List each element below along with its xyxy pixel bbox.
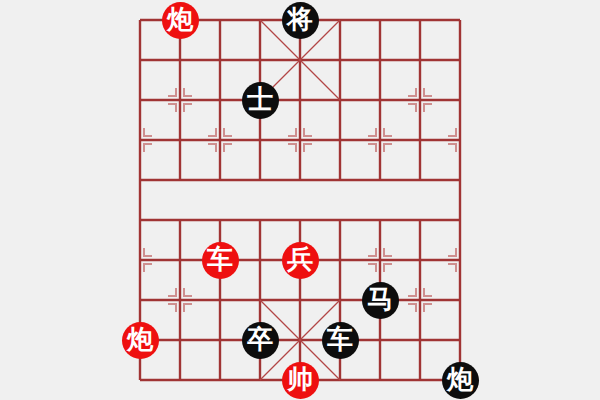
xiangqi-board: 炮将士车兵马炮卒车帅炮 [0, 0, 600, 400]
black-horse-glyph: 马 [367, 286, 393, 312]
red-general-glyph: 帅 [287, 366, 313, 392]
black-horse[interactable]: 马 [362, 282, 399, 319]
black-chariot-glyph: 车 [327, 326, 353, 352]
pieces-layer: 炮将士车兵马炮卒车帅炮 [120, 0, 480, 400]
red-general[interactable]: 帅 [282, 362, 319, 399]
black-cannon-glyph: 炮 [447, 366, 473, 392]
red-soldier-glyph: 兵 [287, 246, 313, 272]
red-cannon-1-glyph: 炮 [167, 6, 193, 32]
red-cannon-1[interactable]: 炮 [162, 2, 199, 39]
black-soldier-glyph: 卒 [247, 326, 273, 352]
red-cannon-2[interactable]: 炮 [122, 322, 159, 359]
black-general-glyph: 将 [287, 6, 313, 32]
red-soldier[interactable]: 兵 [282, 242, 319, 279]
black-chariot[interactable]: 车 [322, 322, 359, 359]
red-cannon-2-glyph: 炮 [127, 326, 153, 352]
red-chariot-glyph: 车 [207, 246, 233, 272]
black-cannon[interactable]: 炮 [442, 362, 479, 399]
black-advisor[interactable]: 士 [242, 82, 279, 119]
black-soldier[interactable]: 卒 [242, 322, 279, 359]
red-chariot[interactable]: 车 [202, 242, 239, 279]
black-advisor-glyph: 士 [247, 86, 273, 112]
black-general[interactable]: 将 [282, 2, 319, 39]
